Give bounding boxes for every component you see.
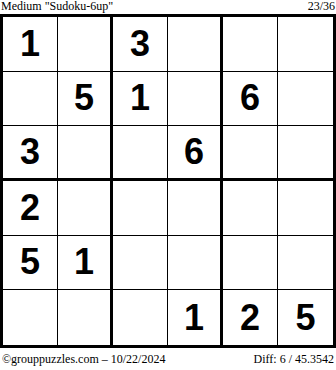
cell-r4c5[interactable] bbox=[223, 181, 278, 236]
cell-r2c6[interactable] bbox=[278, 72, 333, 127]
cell-r4c1[interactable]: 2 bbox=[3, 181, 58, 236]
cell-r3c2[interactable] bbox=[58, 126, 113, 181]
cell-r3c1[interactable]: 3 bbox=[3, 126, 58, 181]
cell-r6c1[interactable] bbox=[3, 290, 58, 345]
cell-r6c3[interactable] bbox=[113, 290, 168, 345]
cell-r6c6[interactable]: 5 bbox=[278, 290, 333, 345]
cell-r6c4[interactable]: 1 bbox=[168, 290, 223, 345]
cell-r5c5[interactable] bbox=[223, 236, 278, 291]
cell-r2c2[interactable]: 5 bbox=[58, 72, 113, 127]
cell-r5c3[interactable] bbox=[113, 236, 168, 291]
cell-r1c5[interactable] bbox=[223, 17, 278, 72]
cell-r1c2[interactable] bbox=[58, 17, 113, 72]
remaining-counter: 23/36 bbox=[308, 0, 335, 13]
cell-r4c4[interactable] bbox=[168, 181, 223, 236]
cell-r1c6[interactable] bbox=[278, 17, 333, 72]
sudoku-board: 1351636251125 bbox=[0, 14, 336, 348]
cell-r6c2[interactable] bbox=[58, 290, 113, 345]
footer: ©grouppuzzles.com – 10/22/2024 Diff: 6 /… bbox=[0, 348, 336, 370]
sudoku-page: Medium "Sudoku-6up" 23/36 1351636251125 … bbox=[0, 0, 336, 370]
cell-r1c4[interactable] bbox=[168, 17, 223, 72]
cell-r3c4[interactable]: 6 bbox=[168, 126, 223, 181]
cell-r5c2[interactable]: 1 bbox=[58, 236, 113, 291]
cell-r5c1[interactable]: 5 bbox=[3, 236, 58, 291]
cell-r6c5[interactable]: 2 bbox=[223, 290, 278, 345]
footer-copyright-date: ©grouppuzzles.com – 10/22/2024 bbox=[2, 352, 165, 366]
cell-r4c2[interactable] bbox=[58, 181, 113, 236]
cell-r2c3[interactable]: 1 bbox=[113, 72, 168, 127]
cell-r3c3[interactable] bbox=[113, 126, 168, 181]
cell-r3c6[interactable] bbox=[278, 126, 333, 181]
header: Medium "Sudoku-6up" 23/36 bbox=[0, 0, 336, 14]
cell-r2c1[interactable] bbox=[3, 72, 58, 127]
cell-r1c1[interactable]: 1 bbox=[3, 17, 58, 72]
footer-difficulty: Diff: 6 / 45.3542 bbox=[254, 352, 334, 366]
cell-r2c5[interactable]: 6 bbox=[223, 72, 278, 127]
cell-r4c6[interactable] bbox=[278, 181, 333, 236]
cell-r5c4[interactable] bbox=[168, 236, 223, 291]
cell-r2c4[interactable] bbox=[168, 72, 223, 127]
page-title: Medium "Sudoku-6up" bbox=[1, 0, 113, 13]
cell-r1c3[interactable]: 3 bbox=[113, 17, 168, 72]
cell-r3c5[interactable] bbox=[223, 126, 278, 181]
cell-r5c6[interactable] bbox=[278, 236, 333, 291]
cell-r4c3[interactable] bbox=[113, 181, 168, 236]
